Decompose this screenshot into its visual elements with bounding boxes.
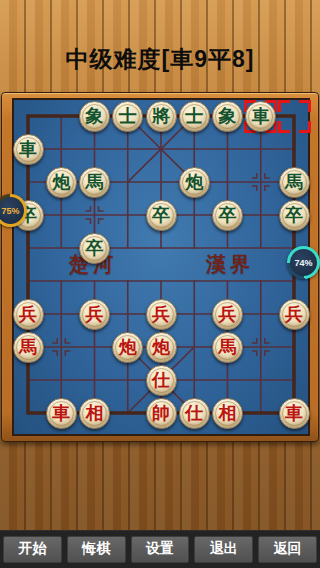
settings-button[interactable]: 设置 [131,536,190,563]
piece-black-elephant-2[interactable]: 象 [212,101,243,132]
piece-black-advisor-2[interactable]: 士 [179,101,210,132]
undo-button[interactable]: 悔棋 [67,536,126,563]
river-label-han: 漢界 [206,251,254,278]
piece-black-elephant-1[interactable]: 象 [79,101,110,132]
start-button[interactable]: 开始 [3,536,62,563]
piece-red-elephant-1[interactable]: 相 [79,398,110,429]
piece-black-horse-2[interactable]: 馬 [279,167,310,198]
toolbar: 开始 悔棋 设置 退出 返回 [0,530,320,568]
piece-red-advisor-2[interactable]: 仕 [179,398,210,429]
red-timer-value: 74% [294,258,312,268]
piece-red-soldier-3[interactable]: 兵 [146,299,177,330]
piece-red-horse-2[interactable]: 馬 [212,332,243,363]
piece-red-cannon-2[interactable]: 炮 [146,332,177,363]
piece-red-soldier-4[interactable]: 兵 [212,299,243,330]
piece-red-advisor-1[interactable]: 仕 [146,365,177,396]
piece-black-soldier-3[interactable]: 卒 [212,200,243,231]
xiangqi-board[interactable]: 楚河 漢界 象士將士象車車炮馬炮馬卒卒卒卒卒兵兵兵兵兵馬炮炮馬仕車相帥仕相車 [12,98,310,436]
piece-red-soldier-5[interactable]: 兵 [279,299,310,330]
piece-black-soldier-5[interactable]: 卒 [79,233,110,264]
page-title: 中级难度[車9平8] [0,44,320,75]
app-screen: 中级难度[車9平8] 楚河 漢界 象士將士象車車炮馬炮馬卒卒卒卒卒兵兵兵兵兵馬炮… [0,0,320,568]
piece-black-chariot-1[interactable]: 車 [245,101,276,132]
piece-black-soldier-2[interactable]: 卒 [146,200,177,231]
piece-red-horse-1[interactable]: 馬 [13,332,44,363]
piece-black-soldier-4[interactable]: 卒 [279,200,310,231]
piece-red-elephant-2[interactable]: 相 [212,398,243,429]
exit-button[interactable]: 退出 [194,536,253,563]
piece-red-chariot-2[interactable]: 車 [279,398,310,429]
piece-red-cannon-1[interactable]: 炮 [112,332,143,363]
piece-red-general[interactable]: 帥 [146,398,177,429]
move-from-marker [278,100,311,133]
piece-red-chariot-1[interactable]: 車 [46,398,77,429]
piece-black-horse-1[interactable]: 馬 [79,167,110,198]
red-timer-badge: 74% [287,246,320,279]
piece-red-soldier-1[interactable]: 兵 [13,299,44,330]
piece-black-chariot-2[interactable]: 車 [13,134,44,165]
black-timer-value: 75% [1,206,19,216]
piece-black-cannon-2[interactable]: 炮 [179,167,210,198]
board-frame: 楚河 漢界 象士將士象車車炮馬炮馬卒卒卒卒卒兵兵兵兵兵馬炮炮馬仕車相帥仕相車 [1,92,319,442]
piece-black-general[interactable]: 將 [146,101,177,132]
back-button[interactable]: 返回 [258,536,317,563]
piece-black-cannon-1[interactable]: 炮 [46,167,77,198]
piece-red-soldier-2[interactable]: 兵 [79,299,110,330]
piece-black-advisor-1[interactable]: 士 [112,101,143,132]
